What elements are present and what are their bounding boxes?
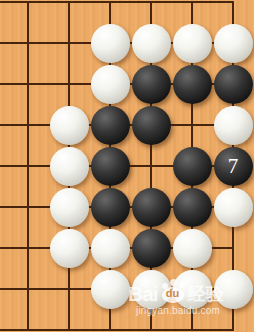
go-stone-white[interactable] bbox=[91, 229, 130, 268]
go-stone-white[interactable] bbox=[214, 106, 253, 145]
go-stone-black[interactable]: 7 bbox=[214, 147, 253, 186]
go-stone-white[interactable] bbox=[91, 270, 130, 309]
go-stone-white[interactable] bbox=[91, 65, 130, 104]
watermark-url: jingyan.baidu.com bbox=[136, 305, 224, 316]
go-board: 7 Bai du 经验 jingyan.baidu.com bbox=[0, 0, 254, 332]
go-stone-black[interactable] bbox=[132, 229, 171, 268]
go-stone-white[interactable] bbox=[50, 106, 89, 145]
grid-line-horizontal bbox=[0, 329, 234, 331]
move-number-label: 7 bbox=[228, 156, 239, 177]
go-stone-black[interactable] bbox=[91, 188, 130, 227]
grid-line-vertical bbox=[27, 1, 29, 331]
go-stone-white[interactable] bbox=[50, 229, 89, 268]
go-stone-white[interactable] bbox=[50, 188, 89, 227]
go-stone-white[interactable] bbox=[214, 188, 253, 227]
baidu-paw-icon: du bbox=[159, 279, 187, 304]
watermark-brand-du: du bbox=[166, 288, 179, 299]
go-stone-black[interactable] bbox=[173, 65, 212, 104]
grid-line-horizontal bbox=[0, 1, 234, 3]
paw-toe-icon bbox=[170, 279, 177, 286]
go-stone-white[interactable] bbox=[132, 24, 171, 63]
go-stone-white[interactable] bbox=[214, 24, 253, 63]
watermark-brand-bai: Bai bbox=[128, 284, 158, 304]
watermark-brand-jingyan: 经验 bbox=[188, 285, 224, 304]
go-stone-white[interactable] bbox=[173, 24, 212, 63]
go-stone-black[interactable] bbox=[91, 147, 130, 186]
go-stone-white[interactable] bbox=[173, 229, 212, 268]
go-stone-black[interactable] bbox=[173, 188, 212, 227]
baidu-watermark: Bai du 经验 jingyan.baidu.com bbox=[128, 281, 224, 316]
go-stone-black[interactable] bbox=[91, 106, 130, 145]
go-stone-black[interactable] bbox=[132, 188, 171, 227]
go-stone-white[interactable] bbox=[50, 147, 89, 186]
go-stone-white[interactable] bbox=[91, 24, 130, 63]
go-stone-black[interactable] bbox=[132, 106, 171, 145]
go-stone-black[interactable] bbox=[132, 65, 171, 104]
paw-toe-icon bbox=[179, 282, 185, 288]
go-stone-black[interactable] bbox=[214, 65, 253, 104]
baidu-logo: Bai du 经验 bbox=[128, 281, 224, 304]
go-stone-black[interactable] bbox=[173, 147, 212, 186]
